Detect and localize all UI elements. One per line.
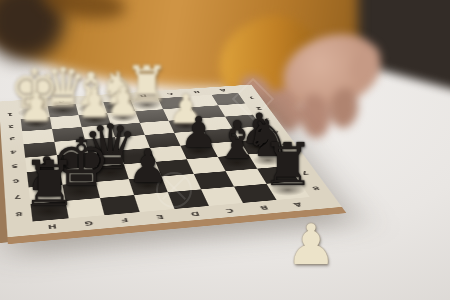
file-label-near-b: B: [258, 204, 269, 210]
black-bishop-b6[interactable]: ♝: [214, 115, 260, 167]
rank-label-left-4: 4: [10, 149, 17, 154]
rank-label-left-3: 3: [9, 136, 16, 141]
file-label-near-c: C: [224, 207, 234, 213]
rank-label-left-6: 6: [12, 178, 19, 184]
file-label-near-d: D: [189, 210, 200, 216]
captured-white-pawn[interactable]: ♟: [286, 217, 336, 273]
white-pawn-h2[interactable]: ♟: [18, 88, 54, 128]
black-pawn-c5[interactable]: ♟: [180, 113, 218, 155]
file-label-near-f: F: [120, 217, 129, 223]
rank-label-left-5: 5: [11, 163, 18, 168]
file-label-far-a: A: [218, 88, 226, 92]
photo-scene: HHGGFFEEDDCCBBAA1122334455667788 ♚♛♝♞♜♟♟…: [0, 0, 450, 300]
black-rook-a8[interactable]: ♜: [261, 135, 314, 194]
black-pawn-e7[interactable]: ♟: [128, 144, 169, 190]
file-label-near-a: A: [292, 201, 303, 207]
black-rook-h8[interactable]: ♜: [22, 154, 77, 216]
file-label-near-e: E: [155, 214, 164, 220]
rank-label-left-7: 7: [14, 194, 21, 200]
file-label-near-h: H: [47, 223, 57, 230]
rank-label-left-2: 2: [8, 124, 14, 128]
file-label-near-g: G: [83, 220, 93, 227]
